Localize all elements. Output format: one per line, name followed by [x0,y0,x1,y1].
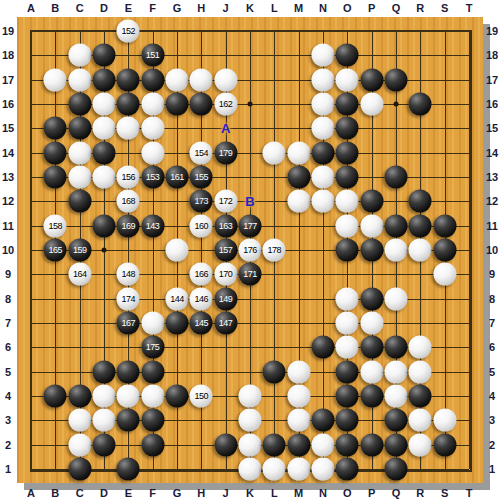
white-stone-R2[interactable] [409,433,432,456]
intersection-B3[interactable] [43,408,67,432]
intersection-M7[interactable] [286,311,310,335]
white-stone-P11[interactable] [360,214,383,237]
intersection-G4[interactable] [165,384,189,408]
black-stone-M2[interactable] [287,433,310,456]
black-stone-O14[interactable] [336,141,359,164]
black-stone-L5[interactable] [263,360,286,383]
intersection-G16[interactable] [165,92,189,116]
intersection-G3[interactable] [165,408,189,432]
black-stone-N14[interactable] [311,141,334,164]
intersection-H16[interactable] [189,92,213,116]
move-165-stone-B10[interactable]: 165 [44,238,67,261]
intersection-N6[interactable] [311,335,335,359]
intersection-R11[interactable] [408,213,432,237]
intersection-R12[interactable] [408,189,432,213]
intersection-K12[interactable]: B [238,189,262,213]
intersection-D6[interactable] [92,335,116,359]
intersection-H7[interactable]: 145 [189,311,213,335]
intersection-S15[interactable] [432,116,456,140]
intersection-B6[interactable] [43,335,67,359]
intersection-Q13[interactable] [384,165,408,189]
black-stone-P2[interactable] [360,433,383,456]
intersection-Q1[interactable] [384,457,408,481]
move-160-stone-H11[interactable]: 160 [190,214,213,237]
intersection-K1[interactable] [238,457,262,481]
intersection-P13[interactable] [359,165,383,189]
black-stone-J2[interactable] [214,433,237,456]
intersection-R14[interactable] [408,140,432,164]
move-177-stone-K11[interactable]: 177 [238,214,261,237]
intersection-O2[interactable] [335,432,359,456]
intersection-D16[interactable] [92,92,116,116]
intersection-J19[interactable] [213,19,237,43]
white-stone-O11[interactable] [336,214,359,237]
intersection-E2[interactable] [116,432,140,456]
intersection-G8[interactable]: 144 [165,286,189,310]
intersection-M12[interactable] [286,189,310,213]
intersection-O6[interactable] [335,335,359,359]
intersection-L10[interactable]: 178 [262,238,286,262]
white-stone-M3[interactable] [287,409,310,432]
move-155-stone-H13[interactable]: 155 [190,165,213,188]
intersection-Q16[interactable] [384,92,408,116]
intersection-K18[interactable] [238,43,262,67]
intersection-H19[interactable] [189,19,213,43]
intersection-F17[interactable] [140,67,164,91]
move-151-stone-F18[interactable]: 151 [141,44,164,67]
intersection-Q15[interactable] [384,116,408,140]
intersection-B16[interactable] [43,92,67,116]
intersection-F18[interactable]: 151 [140,43,164,67]
intersection-L11[interactable] [262,213,286,237]
intersection-R13[interactable] [408,165,432,189]
intersection-J18[interactable] [213,43,237,67]
intersection-P14[interactable] [359,140,383,164]
intersection-M15[interactable] [286,116,310,140]
intersection-C15[interactable] [67,116,91,140]
intersection-P3[interactable] [359,408,383,432]
intersection-L4[interactable] [262,384,286,408]
intersection-N14[interactable] [311,140,335,164]
intersection-O4[interactable] [335,384,359,408]
intersection-C12[interactable] [67,189,91,213]
black-stone-P17[interactable] [360,68,383,91]
intersection-S12[interactable] [432,189,456,213]
white-stone-O17[interactable] [336,68,359,91]
intersection-G19[interactable] [165,19,189,43]
white-stone-D16[interactable] [92,92,115,115]
black-stone-P4[interactable] [360,384,383,407]
intersection-F4[interactable] [140,384,164,408]
intersection-P18[interactable] [359,43,383,67]
intersection-L17[interactable] [262,67,286,91]
intersection-J15[interactable]: A [213,116,237,140]
intersection-A17[interactable] [19,67,43,91]
intersection-R19[interactable] [408,19,432,43]
white-stone-M4[interactable] [287,384,310,407]
white-stone-G10[interactable] [165,238,188,261]
intersection-A15[interactable] [19,116,43,140]
intersection-F3[interactable] [140,408,164,432]
intersection-A10[interactable] [19,238,43,262]
white-stone-E15[interactable] [117,117,140,140]
white-stone-O7[interactable] [336,311,359,334]
intersection-P2[interactable] [359,432,383,456]
intersection-D14[interactable] [92,140,116,164]
white-stone-Q4[interactable] [384,384,407,407]
intersection-Q2[interactable] [384,432,408,456]
black-stone-G16[interactable] [165,92,188,115]
white-stone-Q10[interactable] [384,238,407,261]
black-stone-S2[interactable] [433,433,456,456]
intersection-D18[interactable] [92,43,116,67]
intersection-P8[interactable] [359,286,383,310]
intersection-B11[interactable]: 158 [43,213,67,237]
intersection-K4[interactable] [238,384,262,408]
move-176-stone-K10[interactable]: 176 [238,238,261,261]
intersection-N3[interactable] [311,408,335,432]
intersection-S19[interactable] [432,19,456,43]
go-board[interactable]: 152151162A154179156153161155168173172B15… [17,17,483,483]
white-stone-K2[interactable] [238,433,261,456]
black-stone-P6[interactable] [360,336,383,359]
intersection-K5[interactable] [238,359,262,383]
intersection-H14[interactable]: 154 [189,140,213,164]
intersection-T4[interactable] [457,384,481,408]
white-stone-P16[interactable] [360,92,383,115]
intersection-N9[interactable] [311,262,335,286]
intersection-E17[interactable] [116,67,140,91]
intersection-H13[interactable]: 155 [189,165,213,189]
white-stone-J17[interactable] [214,68,237,91]
black-stone-L2[interactable] [263,433,286,456]
intersection-D5[interactable] [92,359,116,383]
intersection-J2[interactable] [213,432,237,456]
move-154-stone-H14[interactable]: 154 [190,141,213,164]
intersection-A19[interactable] [19,19,43,43]
intersection-G12[interactable] [165,189,189,213]
intersection-B15[interactable] [43,116,67,140]
white-stone-N17[interactable] [311,68,334,91]
white-stone-N15[interactable] [311,117,334,140]
black-stone-Q3[interactable] [384,409,407,432]
intersection-C18[interactable] [67,43,91,67]
intersection-K9[interactable]: 171 [238,262,262,286]
intersection-S9[interactable] [432,262,456,286]
white-stone-H17[interactable] [190,68,213,91]
intersection-N15[interactable] [311,116,335,140]
intersection-R1[interactable] [408,457,432,481]
intersection-P15[interactable] [359,116,383,140]
intersection-Q7[interactable] [384,311,408,335]
intersection-F5[interactable] [140,359,164,383]
intersection-S3[interactable] [432,408,456,432]
intersection-J1[interactable] [213,457,237,481]
intersection-G13[interactable]: 161 [165,165,189,189]
intersection-L14[interactable] [262,140,286,164]
intersection-O5[interactable] [335,359,359,383]
intersection-O13[interactable] [335,165,359,189]
intersection-S1[interactable] [432,457,456,481]
intersection-L1[interactable] [262,457,286,481]
intersection-E3[interactable] [116,408,140,432]
black-stone-R4[interactable] [409,384,432,407]
intersection-S5[interactable] [432,359,456,383]
black-stone-O18[interactable] [336,44,359,67]
intersection-L15[interactable] [262,116,286,140]
move-156-stone-E13[interactable]: 156 [117,165,140,188]
intersection-G15[interactable] [165,116,189,140]
intersection-D10[interactable] [92,238,116,262]
black-stone-F5[interactable] [141,360,164,383]
intersection-L7[interactable] [262,311,286,335]
intersection-B7[interactable] [43,311,67,335]
intersection-N5[interactable] [311,359,335,383]
intersection-B17[interactable] [43,67,67,91]
intersection-F14[interactable] [140,140,164,164]
intersection-C16[interactable] [67,92,91,116]
black-stone-B4[interactable] [44,384,67,407]
intersection-F6[interactable]: 175 [140,335,164,359]
intersection-G17[interactable] [165,67,189,91]
intersection-M8[interactable] [286,286,310,310]
black-stone-H16[interactable] [190,92,213,115]
intersection-K17[interactable] [238,67,262,91]
white-stone-O12[interactable] [336,190,359,213]
white-stone-K3[interactable] [238,409,261,432]
intersection-H17[interactable] [189,67,213,91]
intersection-T9[interactable] [457,262,481,286]
intersection-N4[interactable] [311,384,335,408]
intersection-O1[interactable] [335,457,359,481]
intersection-F10[interactable] [140,238,164,262]
intersection-B12[interactable] [43,189,67,213]
intersection-M13[interactable] [286,165,310,189]
intersection-Q12[interactable] [384,189,408,213]
intersection-F12[interactable] [140,189,164,213]
intersection-M11[interactable] [286,213,310,237]
white-stone-F15[interactable] [141,117,164,140]
intersection-E10[interactable] [116,238,140,262]
intersection-H12[interactable]: 173 [189,189,213,213]
white-stone-N18[interactable] [311,44,334,67]
white-stone-G17[interactable] [165,68,188,91]
move-163-stone-J11[interactable]: 163 [214,214,237,237]
intersection-T18[interactable] [457,43,481,67]
intersection-C10[interactable]: 159 [67,238,91,262]
intersection-J11[interactable]: 163 [213,213,237,237]
intersection-N7[interactable] [311,311,335,335]
intersection-G6[interactable] [165,335,189,359]
intersection-P12[interactable] [359,189,383,213]
black-stone-P12[interactable] [360,190,383,213]
intersection-A7[interactable] [19,311,43,335]
intersection-N16[interactable] [311,92,335,116]
white-stone-C18[interactable] [68,44,91,67]
intersection-O19[interactable] [335,19,359,43]
intersection-S4[interactable] [432,384,456,408]
black-stone-Q2[interactable] [384,433,407,456]
intersection-D1[interactable] [92,457,116,481]
intersection-B1[interactable] [43,457,67,481]
intersection-K11[interactable]: 177 [238,213,262,237]
black-stone-O2[interactable] [336,433,359,456]
intersection-A13[interactable] [19,165,43,189]
intersection-L8[interactable] [262,286,286,310]
intersection-T3[interactable] [457,408,481,432]
white-stone-R3[interactable] [409,409,432,432]
intersection-M19[interactable] [286,19,310,43]
intersection-J13[interactable] [213,165,237,189]
intersection-O18[interactable] [335,43,359,67]
intersection-E5[interactable] [116,359,140,383]
intersection-M2[interactable] [286,432,310,456]
intersection-P17[interactable] [359,67,383,91]
intersection-A6[interactable] [19,335,43,359]
intersection-N10[interactable] [311,238,335,262]
black-stone-P8[interactable] [360,287,383,310]
intersection-F16[interactable] [140,92,164,116]
black-stone-C12[interactable] [68,190,91,213]
move-149-stone-J8[interactable]: 149 [214,287,237,310]
intersection-S17[interactable] [432,67,456,91]
intersection-K10[interactable]: 176 [238,238,262,262]
intersection-F9[interactable] [140,262,164,286]
intersection-Q11[interactable] [384,213,408,237]
intersection-B4[interactable] [43,384,67,408]
intersection-P19[interactable] [359,19,383,43]
black-stone-E5[interactable] [117,360,140,383]
intersection-K6[interactable] [238,335,262,359]
white-stone-R5[interactable] [409,360,432,383]
intersection-J5[interactable] [213,359,237,383]
intersection-H11[interactable]: 160 [189,213,213,237]
intersection-D7[interactable] [92,311,116,335]
move-172-stone-J12[interactable]: 172 [214,190,237,213]
intersection-E16[interactable] [116,92,140,116]
white-stone-Q5[interactable] [384,360,407,383]
intersection-L19[interactable] [262,19,286,43]
intersection-S8[interactable] [432,286,456,310]
intersection-L6[interactable] [262,335,286,359]
white-stone-D3[interactable] [92,409,115,432]
move-146-stone-H8[interactable]: 146 [190,287,213,310]
intersection-O16[interactable] [335,92,359,116]
move-153-stone-F13[interactable]: 153 [141,165,164,188]
intersection-K8[interactable] [238,286,262,310]
intersection-G5[interactable] [165,359,189,383]
intersection-G14[interactable] [165,140,189,164]
move-161-stone-G13[interactable]: 161 [165,165,188,188]
intersection-J7[interactable]: 147 [213,311,237,335]
intersection-C9[interactable]: 164 [67,262,91,286]
intersection-C7[interactable] [67,311,91,335]
black-stone-E16[interactable] [117,92,140,115]
intersection-L5[interactable] [262,359,286,383]
intersection-T2[interactable] [457,432,481,456]
white-stone-L14[interactable] [263,141,286,164]
intersection-R18[interactable] [408,43,432,67]
black-stone-R12[interactable] [409,190,432,213]
black-stone-M13[interactable] [287,165,310,188]
intersection-D4[interactable] [92,384,116,408]
intersection-O7[interactable] [335,311,359,335]
white-stone-M14[interactable] [287,141,310,164]
black-stone-O10[interactable] [336,238,359,261]
intersection-T14[interactable] [457,140,481,164]
intersection-H8[interactable]: 146 [189,286,213,310]
black-stone-N6[interactable] [311,336,334,359]
intersection-F15[interactable] [140,116,164,140]
intersection-M6[interactable] [286,335,310,359]
white-stone-F14[interactable] [141,141,164,164]
intersection-T17[interactable] [457,67,481,91]
white-stone-B17[interactable] [44,68,67,91]
intersection-N1[interactable] [311,457,335,481]
black-stone-E17[interactable] [117,68,140,91]
intersection-R3[interactable] [408,408,432,432]
intersection-N13[interactable] [311,165,335,189]
intersection-J10[interactable]: 157 [213,238,237,262]
intersection-P16[interactable] [359,92,383,116]
black-stone-S10[interactable] [433,238,456,261]
black-stone-F2[interactable] [141,433,164,456]
intersection-D15[interactable] [92,116,116,140]
intersection-H9[interactable]: 166 [189,262,213,286]
move-178-stone-L10[interactable]: 178 [263,238,286,261]
intersection-C2[interactable] [67,432,91,456]
intersection-T1[interactable] [457,457,481,481]
intersection-J17[interactable] [213,67,237,91]
move-148-stone-E9[interactable]: 148 [117,263,140,286]
white-stone-P7[interactable] [360,311,383,334]
intersection-M17[interactable] [286,67,310,91]
intersection-B19[interactable] [43,19,67,43]
move-157-stone-J10[interactable]: 157 [214,238,237,261]
intersection-P9[interactable] [359,262,383,286]
white-stone-D13[interactable] [92,165,115,188]
intersection-E4[interactable] [116,384,140,408]
intersection-L9[interactable] [262,262,286,286]
intersection-A8[interactable] [19,286,43,310]
intersection-S6[interactable] [432,335,456,359]
intersection-J9[interactable]: 170 [213,262,237,286]
intersection-D19[interactable] [92,19,116,43]
white-stone-S3[interactable] [433,409,456,432]
black-stone-C15[interactable] [68,117,91,140]
black-stone-E3[interactable] [117,409,140,432]
intersection-H2[interactable] [189,432,213,456]
white-stone-R6[interactable] [409,336,432,359]
intersection-J4[interactable] [213,384,237,408]
intersection-H1[interactable] [189,457,213,481]
black-stone-O3[interactable] [336,409,359,432]
intersection-T10[interactable] [457,238,481,262]
intersection-H3[interactable] [189,408,213,432]
black-stone-B13[interactable] [44,165,67,188]
intersection-S11[interactable] [432,213,456,237]
intersection-A16[interactable] [19,92,43,116]
intersection-F1[interactable] [140,457,164,481]
intersection-A3[interactable] [19,408,43,432]
move-174-stone-E8[interactable]: 174 [117,287,140,310]
intersection-L12[interactable] [262,189,286,213]
intersection-R17[interactable] [408,67,432,91]
intersection-K3[interactable] [238,408,262,432]
intersection-S18[interactable] [432,43,456,67]
intersection-T12[interactable] [457,189,481,213]
intersection-K2[interactable] [238,432,262,456]
